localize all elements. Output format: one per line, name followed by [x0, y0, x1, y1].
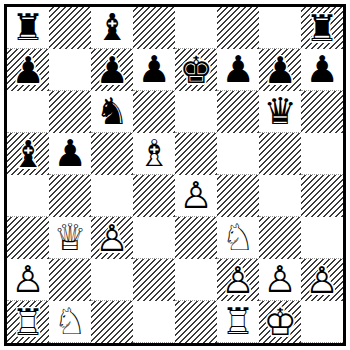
white-queen-piece: ♕	[49, 217, 91, 258]
square-h4[interactable]	[301, 175, 343, 217]
white-bishop-piece: ♗	[133, 133, 175, 174]
white-pawn-piece: ♙	[175, 175, 217, 216]
square-a7[interactable]: ♟♟	[7, 49, 49, 91]
white-rook-piece-mask: ♜	[217, 301, 259, 342]
black-rook-piece: ♜	[301, 7, 343, 49]
square-e3[interactable]	[175, 217, 217, 259]
square-e2[interactable]	[175, 259, 217, 301]
black-knight-piece: ♞	[91, 91, 133, 132]
square-h3[interactable]	[301, 217, 343, 259]
white-rook-piece-mask: ♜	[7, 301, 49, 343]
square-a5[interactable]: ♝♝	[7, 133, 49, 175]
black-pawn-piece-mask: ♟	[217, 49, 259, 90]
square-c3[interactable]: ♟♙	[91, 217, 133, 259]
square-h7[interactable]: ♟♟	[301, 49, 343, 91]
white-pawn-piece: ♙	[7, 259, 49, 300]
square-g4[interactable]	[259, 175, 301, 217]
white-pawn-piece-mask: ♟	[175, 175, 217, 216]
white-pawn-piece: ♙	[301, 259, 343, 301]
square-f6[interactable]	[217, 91, 259, 133]
black-pawn-piece: ♟	[259, 49, 301, 91]
white-queen-piece-mask: ♛	[49, 217, 91, 258]
square-a2[interactable]: ♟♙	[7, 259, 49, 301]
white-pawn-piece-mask: ♟	[301, 259, 343, 301]
black-rook-piece-mask: ♜	[301, 7, 343, 49]
square-c8[interactable]: ♝♝	[91, 7, 133, 49]
black-king-piece-mask: ♚	[175, 49, 217, 91]
square-f8[interactable]	[217, 7, 259, 49]
square-a1[interactable]: ♜♖	[7, 301, 49, 343]
white-pawn-piece: ♙	[91, 217, 133, 259]
square-b3[interactable]: ♛♕	[49, 217, 91, 259]
black-pawn-piece-mask: ♟	[133, 49, 175, 90]
black-pawn-piece: ♟	[133, 49, 175, 90]
square-c7[interactable]: ♟♟	[91, 49, 133, 91]
square-c4[interactable]	[91, 175, 133, 217]
black-bishop-piece: ♝	[91, 7, 133, 48]
square-f7[interactable]: ♟♟	[217, 49, 259, 91]
black-queen-piece-mask: ♛	[259, 91, 301, 132]
chess-board: ♜♜♝♝♜♜♟♟♟♟♟♟♚♚♟♟♟♟♟♟♞♞♛♛♝♝♟♟♝♗♟♙♛♕♟♙♞♘♟♙…	[4, 4, 346, 346]
square-h1[interactable]	[301, 301, 343, 343]
square-b1[interactable]: ♞♘	[49, 301, 91, 343]
square-b2[interactable]	[49, 259, 91, 301]
square-g1[interactable]: ♚♔	[259, 301, 301, 343]
square-h8[interactable]: ♜♜	[301, 7, 343, 49]
white-rook-piece: ♖	[7, 301, 49, 343]
square-g6[interactable]: ♛♛	[259, 91, 301, 133]
square-f2[interactable]: ♟♙	[217, 259, 259, 301]
black-pawn-piece: ♟	[49, 133, 91, 174]
white-pawn-piece-mask: ♟	[7, 259, 49, 300]
white-knight-piece-mask: ♞	[217, 217, 259, 258]
square-d4[interactable]	[133, 175, 175, 217]
white-king-piece: ♔	[259, 301, 301, 343]
square-c6[interactable]: ♞♞	[91, 91, 133, 133]
square-d7[interactable]: ♟♟	[133, 49, 175, 91]
square-e7[interactable]: ♚♚	[175, 49, 217, 91]
square-d2[interactable]	[133, 259, 175, 301]
square-e5[interactable]	[175, 133, 217, 175]
black-pawn-piece-mask: ♟	[49, 133, 91, 174]
black-bishop-piece: ♝	[7, 133, 49, 175]
black-pawn-piece-mask: ♟	[91, 49, 133, 91]
black-bishop-piece-mask: ♝	[91, 7, 133, 48]
square-f3[interactable]: ♞♘	[217, 217, 259, 259]
square-b7[interactable]	[49, 49, 91, 91]
square-f5[interactable]	[217, 133, 259, 175]
square-b4[interactable]	[49, 175, 91, 217]
square-h6[interactable]	[301, 91, 343, 133]
square-g2[interactable]: ♟♙	[259, 259, 301, 301]
square-d1[interactable]	[133, 301, 175, 343]
square-b8[interactable]	[49, 7, 91, 49]
square-c2[interactable]	[91, 259, 133, 301]
square-d3[interactable]	[133, 217, 175, 259]
square-g7[interactable]: ♟♟	[259, 49, 301, 91]
black-pawn-piece: ♟	[7, 49, 49, 91]
square-a3[interactable]	[7, 217, 49, 259]
square-e1[interactable]	[175, 301, 217, 343]
black-queen-piece: ♛	[259, 91, 301, 132]
black-bishop-piece-mask: ♝	[7, 133, 49, 175]
square-f1[interactable]: ♜♖	[217, 301, 259, 343]
white-pawn-piece-mask: ♟	[259, 259, 301, 300]
square-e8[interactable]	[175, 7, 217, 49]
black-rook-piece-mask: ♜	[7, 7, 49, 48]
square-g8[interactable]	[259, 7, 301, 49]
square-h2[interactable]: ♟♙	[301, 259, 343, 301]
square-g3[interactable]	[259, 217, 301, 259]
black-pawn-piece-mask: ♟	[301, 49, 343, 90]
white-pawn-piece: ♙	[217, 259, 259, 301]
black-pawn-piece: ♟	[91, 49, 133, 91]
white-rook-piece: ♖	[217, 301, 259, 342]
black-pawn-piece-mask: ♟	[259, 49, 301, 91]
square-g5[interactable]	[259, 133, 301, 175]
square-a6[interactable]	[7, 91, 49, 133]
square-c1[interactable]	[91, 301, 133, 343]
white-king-piece-mask: ♚	[259, 301, 301, 343]
square-h5[interactable]	[301, 133, 343, 175]
square-f4[interactable]	[217, 175, 259, 217]
square-a4[interactable]	[7, 175, 49, 217]
chess-diagram-page: ♜♜♝♝♜♜♟♟♟♟♟♟♚♚♟♟♟♟♟♟♞♞♛♛♝♝♟♟♝♗♟♙♛♕♟♙♞♘♟♙…	[0, 0, 350, 350]
white-knight-piece: ♘	[49, 301, 91, 342]
black-pawn-piece-mask: ♟	[7, 49, 49, 91]
square-b5[interactable]: ♟♟	[49, 133, 91, 175]
white-bishop-piece-mask: ♝	[133, 133, 175, 174]
square-a8[interactable]: ♜♜	[7, 7, 49, 49]
black-king-piece: ♚	[175, 49, 217, 91]
black-rook-piece: ♜	[7, 7, 49, 48]
white-pawn-piece: ♙	[259, 259, 301, 300]
white-pawn-piece-mask: ♟	[91, 217, 133, 259]
square-d8[interactable]	[133, 7, 175, 49]
black-pawn-piece: ♟	[301, 49, 343, 90]
white-pawn-piece-mask: ♟	[217, 259, 259, 301]
white-knight-piece: ♘	[217, 217, 259, 258]
square-d6[interactable]	[133, 91, 175, 133]
square-e4[interactable]: ♟♙	[175, 175, 217, 217]
black-pawn-piece: ♟	[217, 49, 259, 90]
black-knight-piece-mask: ♞	[91, 91, 133, 132]
square-b6[interactable]	[49, 91, 91, 133]
white-knight-piece-mask: ♞	[49, 301, 91, 342]
square-d5[interactable]: ♝♗	[133, 133, 175, 175]
square-c5[interactable]	[91, 133, 133, 175]
square-e6[interactable]	[175, 91, 217, 133]
